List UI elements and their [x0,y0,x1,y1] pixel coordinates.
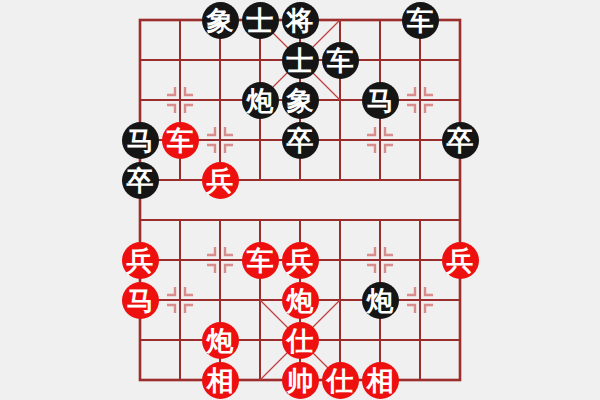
red-elephant[interactable]: 相 [202,362,239,399]
black-soldier[interactable]: 卒 [122,162,159,199]
red-advisor[interactable]: 仕 [322,362,359,399]
red-horse[interactable]: 马 [122,282,159,319]
red-soldier[interactable]: 兵 [442,242,479,279]
black-horse[interactable]: 马 [122,122,159,159]
red-soldier[interactable]: 兵 [202,162,239,199]
black-elephant[interactable]: 象 [202,2,239,39]
xiangqi-board[interactable]: 象士将车士车炮象马马车卒卒卒兵兵车兵兵马炮炮炮仕相帅仕相 [120,0,480,400]
black-advisor[interactable]: 士 [242,2,279,39]
red-chariot[interactable]: 车 [242,242,279,279]
red-cannon[interactable]: 炮 [202,322,239,359]
red-soldier[interactable]: 兵 [282,242,319,279]
black-cannon[interactable]: 炮 [362,282,399,319]
black-general[interactable]: 将 [282,2,319,39]
black-horse[interactable]: 马 [362,82,399,119]
app-background: 象士将车士车炮象马马车卒卒卒兵兵车兵兵马炮炮炮仕相帅仕相 [0,0,600,400]
red-cannon[interactable]: 炮 [282,282,319,319]
black-elephant[interactable]: 象 [282,82,319,119]
red-chariot[interactable]: 车 [162,122,199,159]
black-soldier[interactable]: 卒 [282,122,319,159]
black-soldier[interactable]: 卒 [442,122,479,159]
black-chariot[interactable]: 车 [322,42,359,79]
black-cannon[interactable]: 炮 [242,82,279,119]
red-elephant[interactable]: 相 [362,362,399,399]
red-soldier[interactable]: 兵 [122,242,159,279]
red-general[interactable]: 帅 [282,362,319,399]
pieces-layer: 象士将车士车炮象马马车卒卒卒兵兵车兵兵马炮炮炮仕相帅仕相 [120,0,480,400]
black-advisor[interactable]: 士 [282,42,319,79]
red-advisor[interactable]: 仕 [282,322,319,359]
black-chariot[interactable]: 车 [402,2,439,39]
